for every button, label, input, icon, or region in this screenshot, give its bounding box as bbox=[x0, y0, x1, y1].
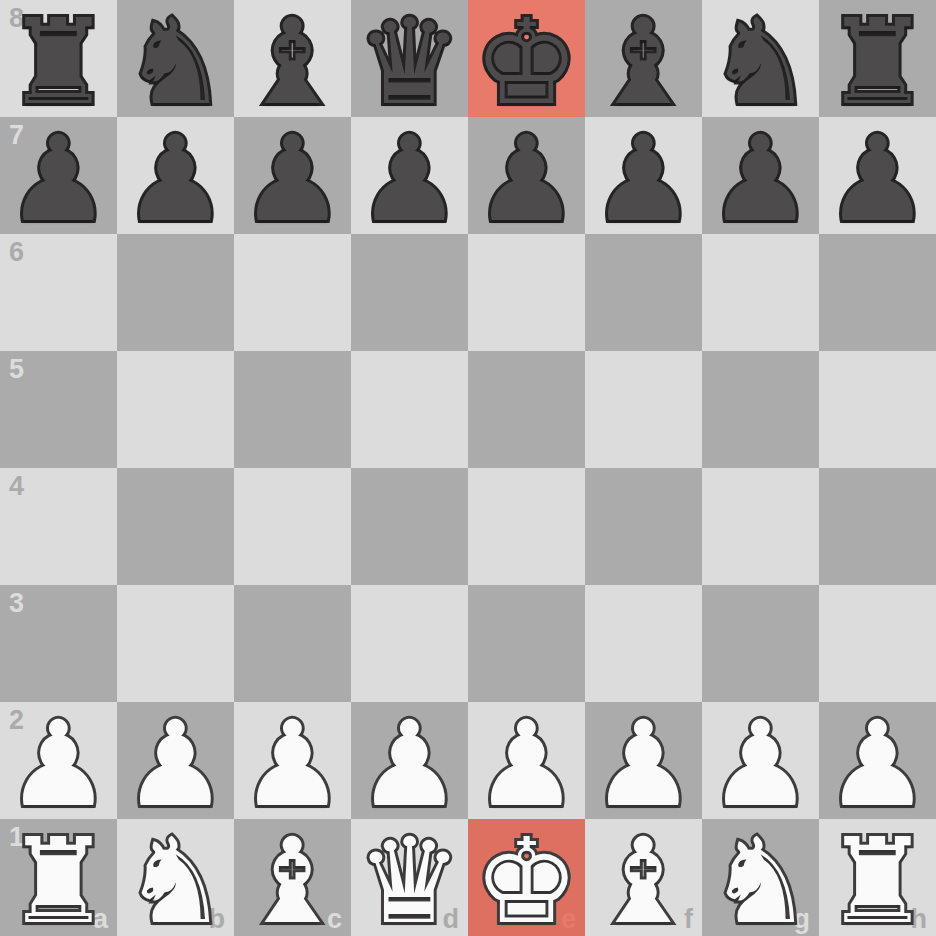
square-c3[interactable] bbox=[234, 585, 351, 702]
square-a4[interactable]: 4 bbox=[0, 468, 117, 585]
square-a2[interactable]: 2♟ bbox=[0, 702, 117, 819]
piece-black-pawn-c7[interactable]: ♟ bbox=[240, 120, 346, 238]
square-f3[interactable] bbox=[585, 585, 702, 702]
square-b5[interactable] bbox=[117, 351, 234, 468]
square-g6[interactable] bbox=[702, 234, 819, 351]
piece-black-rook-h8[interactable]: ♜ bbox=[825, 3, 931, 121]
square-b1[interactable]: b♞ bbox=[117, 819, 234, 936]
square-c6[interactable] bbox=[234, 234, 351, 351]
square-g5[interactable] bbox=[702, 351, 819, 468]
square-d8[interactable]: ♛ bbox=[351, 0, 468, 117]
piece-black-pawn-h7[interactable]: ♟ bbox=[825, 120, 931, 238]
square-a7[interactable]: 7♟ bbox=[0, 117, 117, 234]
square-d7[interactable]: ♟ bbox=[351, 117, 468, 234]
piece-white-rook-h1[interactable]: ♜ bbox=[825, 822, 931, 936]
piece-white-pawn-h2[interactable]: ♟ bbox=[825, 705, 931, 823]
chess-board: 8♜♞♝♛♚♝♞♜7♟♟♟♟♟♟♟♟65432♟♟♟♟♟♟♟♟1a♜b♞c♝d♛… bbox=[0, 0, 936, 936]
square-f5[interactable] bbox=[585, 351, 702, 468]
square-b2[interactable]: ♟ bbox=[117, 702, 234, 819]
piece-white-pawn-f2[interactable]: ♟ bbox=[591, 705, 697, 823]
square-h7[interactable]: ♟ bbox=[819, 117, 936, 234]
square-e2[interactable]: ♟ bbox=[468, 702, 585, 819]
square-e7[interactable]: ♟ bbox=[468, 117, 585, 234]
piece-white-rook-a1[interactable]: ♜ bbox=[6, 822, 112, 936]
square-h4[interactable] bbox=[819, 468, 936, 585]
square-h3[interactable] bbox=[819, 585, 936, 702]
square-c5[interactable] bbox=[234, 351, 351, 468]
square-b6[interactable] bbox=[117, 234, 234, 351]
piece-white-knight-g1[interactable]: ♞ bbox=[708, 822, 814, 936]
square-g1[interactable]: g♞ bbox=[702, 819, 819, 936]
piece-black-bishop-c8[interactable]: ♝ bbox=[240, 3, 346, 121]
piece-white-pawn-b2[interactable]: ♟ bbox=[123, 705, 229, 823]
square-a6[interactable]: 6 bbox=[0, 234, 117, 351]
board-grid: 8♜♞♝♛♚♝♞♜7♟♟♟♟♟♟♟♟65432♟♟♟♟♟♟♟♟1a♜b♞c♝d♛… bbox=[0, 0, 936, 936]
square-h1[interactable]: h♜ bbox=[819, 819, 936, 936]
piece-black-rook-a8[interactable]: ♜ bbox=[6, 3, 112, 121]
square-c1[interactable]: c♝ bbox=[234, 819, 351, 936]
square-e8[interactable]: ♚ bbox=[468, 0, 585, 117]
piece-black-knight-b8[interactable]: ♞ bbox=[123, 3, 229, 121]
square-a5[interactable]: 5 bbox=[0, 351, 117, 468]
piece-black-pawn-f7[interactable]: ♟ bbox=[591, 120, 697, 238]
piece-white-pawn-g2[interactable]: ♟ bbox=[708, 705, 814, 823]
square-g4[interactable] bbox=[702, 468, 819, 585]
square-b8[interactable]: ♞ bbox=[117, 0, 234, 117]
piece-white-pawn-e2[interactable]: ♟ bbox=[474, 705, 580, 823]
square-f8[interactable]: ♝ bbox=[585, 0, 702, 117]
piece-black-bishop-f8[interactable]: ♝ bbox=[591, 3, 697, 121]
square-g2[interactable]: ♟ bbox=[702, 702, 819, 819]
square-f7[interactable]: ♟ bbox=[585, 117, 702, 234]
square-f2[interactable]: ♟ bbox=[585, 702, 702, 819]
piece-white-king-e1[interactable]: ♚ bbox=[474, 822, 580, 936]
square-d2[interactable]: ♟ bbox=[351, 702, 468, 819]
square-g3[interactable] bbox=[702, 585, 819, 702]
square-a8[interactable]: 8♜ bbox=[0, 0, 117, 117]
square-b4[interactable] bbox=[117, 468, 234, 585]
square-f1[interactable]: f♝ bbox=[585, 819, 702, 936]
square-f6[interactable] bbox=[585, 234, 702, 351]
rank-label-5: 5 bbox=[9, 356, 24, 383]
piece-black-queen-d8[interactable]: ♛ bbox=[357, 3, 463, 121]
square-g7[interactable]: ♟ bbox=[702, 117, 819, 234]
piece-black-king-e8[interactable]: ♚ bbox=[474, 3, 580, 121]
piece-white-bishop-c1[interactable]: ♝ bbox=[240, 822, 346, 936]
piece-white-queen-d1[interactable]: ♛ bbox=[357, 822, 463, 936]
square-d5[interactable] bbox=[351, 351, 468, 468]
piece-white-pawn-a2[interactable]: ♟ bbox=[6, 705, 112, 823]
square-b3[interactable] bbox=[117, 585, 234, 702]
square-e3[interactable] bbox=[468, 585, 585, 702]
square-c2[interactable]: ♟ bbox=[234, 702, 351, 819]
piece-black-pawn-g7[interactable]: ♟ bbox=[708, 120, 814, 238]
square-d6[interactable] bbox=[351, 234, 468, 351]
square-h5[interactable] bbox=[819, 351, 936, 468]
square-c4[interactable] bbox=[234, 468, 351, 585]
rank-label-4: 4 bbox=[9, 473, 24, 500]
piece-black-pawn-a7[interactable]: ♟ bbox=[6, 120, 112, 238]
rank-label-3: 3 bbox=[9, 590, 24, 617]
piece-white-knight-b1[interactable]: ♞ bbox=[123, 822, 229, 936]
square-e6[interactable] bbox=[468, 234, 585, 351]
square-d1[interactable]: d♛ bbox=[351, 819, 468, 936]
square-h2[interactable]: ♟ bbox=[819, 702, 936, 819]
square-b7[interactable]: ♟ bbox=[117, 117, 234, 234]
piece-black-pawn-b7[interactable]: ♟ bbox=[123, 120, 229, 238]
piece-white-bishop-f1[interactable]: ♝ bbox=[591, 822, 697, 936]
square-e1[interactable]: e♚ bbox=[468, 819, 585, 936]
square-e5[interactable] bbox=[468, 351, 585, 468]
square-g8[interactable]: ♞ bbox=[702, 0, 819, 117]
piece-white-pawn-c2[interactable]: ♟ bbox=[240, 705, 346, 823]
square-d4[interactable] bbox=[351, 468, 468, 585]
piece-black-pawn-d7[interactable]: ♟ bbox=[357, 120, 463, 238]
square-c8[interactable]: ♝ bbox=[234, 0, 351, 117]
square-e4[interactable] bbox=[468, 468, 585, 585]
square-a3[interactable]: 3 bbox=[0, 585, 117, 702]
piece-black-pawn-e7[interactable]: ♟ bbox=[474, 120, 580, 238]
square-a1[interactable]: 1a♜ bbox=[0, 819, 117, 936]
square-h6[interactable] bbox=[819, 234, 936, 351]
piece-black-knight-g8[interactable]: ♞ bbox=[708, 3, 814, 121]
square-c7[interactable]: ♟ bbox=[234, 117, 351, 234]
square-h8[interactable]: ♜ bbox=[819, 0, 936, 117]
square-d3[interactable] bbox=[351, 585, 468, 702]
piece-white-pawn-d2[interactable]: ♟ bbox=[357, 705, 463, 823]
square-f4[interactable] bbox=[585, 468, 702, 585]
